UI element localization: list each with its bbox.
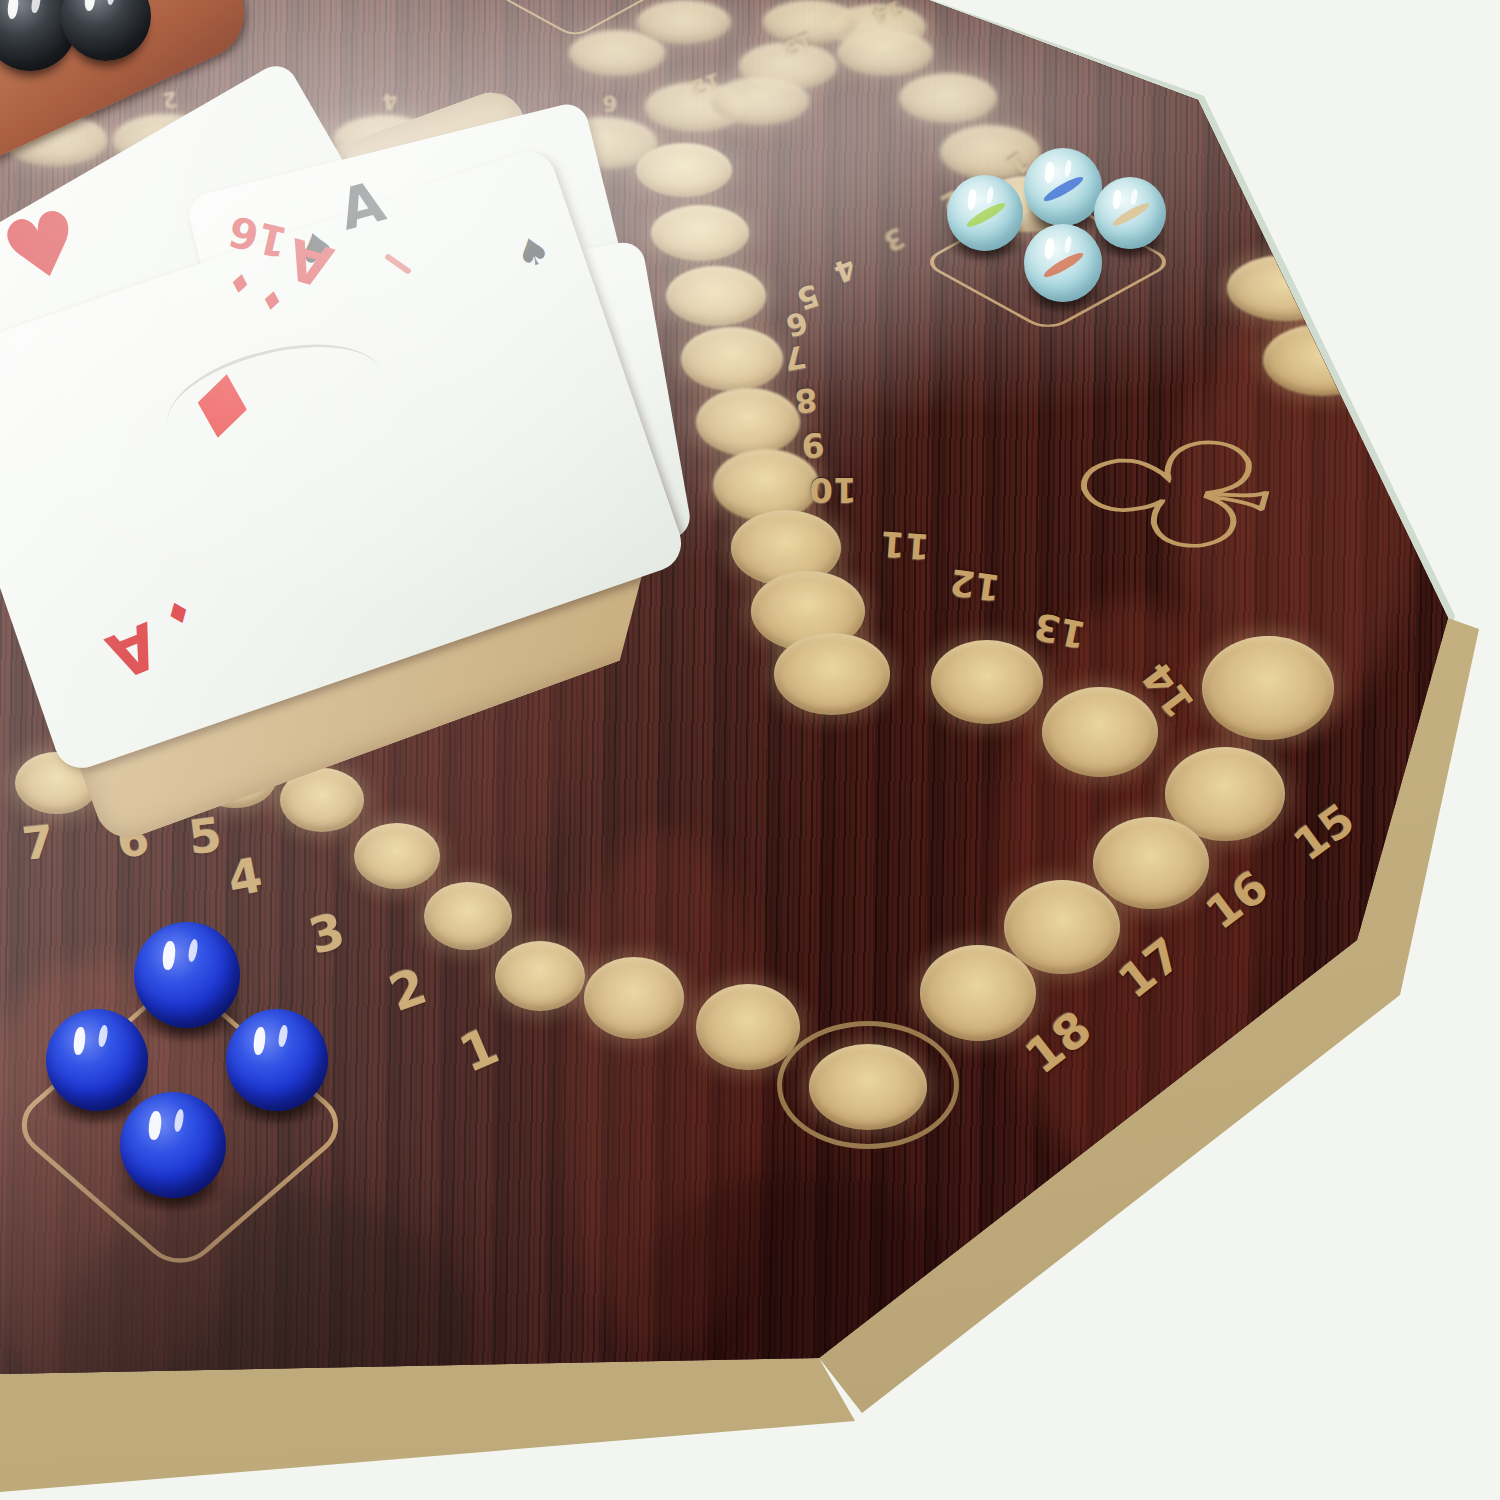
marble-accent-streak [964,200,1007,231]
track-hole[interactable] [584,957,684,1039]
track-hole[interactable] [424,882,512,950]
track-hole[interactable] [837,30,933,76]
track-number: 7 [20,815,57,871]
track-hole[interactable] [636,143,732,197]
track-number: 12 [947,561,1002,609]
track-number: 3 [878,220,910,258]
light-blue-marble[interactable] [947,175,1023,251]
track-number: 4 [223,846,266,907]
track-number: 13 [1030,604,1089,657]
track-number: 15 [1284,793,1364,870]
track-number: 4 [829,250,860,289]
track-hole[interactable] [354,823,440,889]
track-hole[interactable] [495,941,585,1011]
card-pip: ♦ [258,286,285,316]
light-blue-marble[interactable] [1024,224,1102,302]
track-hole[interactable] [774,633,890,715]
track-number: 8 [793,380,819,420]
blue-marble[interactable] [134,922,240,1028]
track-number: 1 [451,1016,507,1084]
track-number: 3 [303,902,351,966]
board-surface: ♣ 12345612131412345678910111213147654321… [0,0,1500,1500]
card-pip: ♦ [177,359,267,457]
light-blue-marble[interactable] [1024,148,1102,226]
marble-accent-streak [1042,249,1086,280]
track-hole[interactable] [1202,636,1334,740]
marble-accent-streak [1110,200,1151,229]
board-photo-scene: ♣ 12345612131412345678910111213147654321… [0,0,1500,1500]
blue-marble[interactable] [120,1092,226,1198]
track-hole[interactable] [1093,817,1209,909]
track-hole[interactable] [899,73,997,123]
track-hole[interactable] [696,984,800,1070]
light-blue-marble[interactable] [1094,177,1166,249]
blue-marble[interactable] [226,1009,328,1111]
marble-accent-streak [1042,173,1086,204]
track-hole[interactable] [1004,880,1120,974]
track-number: 2 [382,957,434,1023]
track-hole[interactable] [681,327,783,391]
track-hole[interactable] [1263,324,1381,396]
track-number: 2 [161,86,179,112]
blue-marble[interactable] [46,1009,148,1111]
track-hole[interactable] [711,77,809,125]
track-hole[interactable] [666,266,766,326]
track-number: 4 [381,88,399,114]
track-number: 10 [809,470,856,510]
track-hole[interactable] [809,1044,927,1130]
track-hole[interactable] [696,388,800,456]
track-hole[interactable] [1042,687,1158,777]
track-hole[interactable] [637,0,731,44]
track-number: 7 [781,338,809,377]
track-hole[interactable] [920,945,1036,1041]
track-hole[interactable] [651,205,749,261]
track-number: 11 [879,523,930,566]
card-pip: ♦ [226,269,253,299]
club-suit-engraving-icon: ♣ [1003,372,1361,612]
svg-text:♣: ♣ [1016,408,1341,576]
card-pip: 16 [225,209,291,263]
track-number: 6 [602,90,618,116]
track-number: 9 [801,425,826,465]
track-hole[interactable] [931,640,1043,724]
